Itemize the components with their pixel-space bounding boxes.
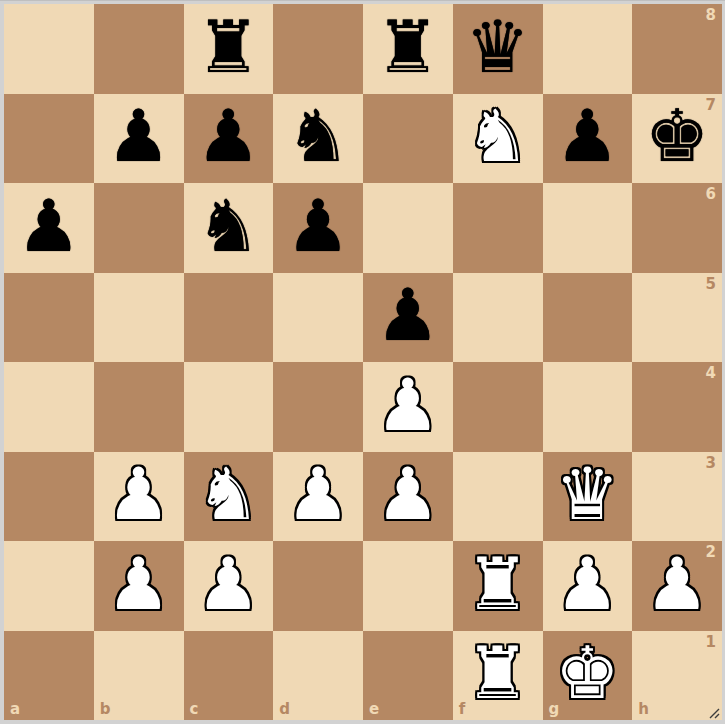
square-g2[interactable]: ♟ [543,541,633,631]
square-b1[interactable]: b [94,631,184,721]
square-c8[interactable]: ♜ [184,4,274,94]
chess-board: ♜♜♛8♟♟♞♞♟7♚♟♞♟6♟5♟4♟♞♟♟♛3♟♟♜♟2♟abcdef♜g♚… [4,4,722,720]
square-g4[interactable] [543,362,633,452]
square-c2[interactable]: ♟ [184,541,274,631]
square-d6[interactable]: ♟ [273,183,363,273]
square-c6[interactable]: ♞ [184,183,274,273]
square-f2[interactable]: ♜ [453,541,543,631]
square-f4[interactable] [453,362,543,452]
black-pawn-a6[interactable]: ♟ [17,190,82,262]
white-king-g1[interactable]: ♚ [555,637,620,709]
square-g1[interactable]: g♚ [543,631,633,721]
square-d7[interactable]: ♞ [273,94,363,184]
coord-label-rank-6: 6 [706,187,716,202]
white-pawn-g2[interactable]: ♟ [555,548,620,620]
coord-label-rank-8: 8 [706,8,716,23]
square-g6[interactable] [543,183,633,273]
square-h6[interactable]: 6 [632,183,722,273]
square-h2[interactable]: 2♟ [632,541,722,631]
square-f3[interactable] [453,452,543,542]
square-h4[interactable]: 4 [632,362,722,452]
white-pawn-d3[interactable]: ♟ [286,458,351,530]
coord-label-file-c: c [190,702,199,717]
square-a4[interactable] [4,362,94,452]
square-e3[interactable]: ♟ [363,452,453,542]
black-pawn-c7[interactable]: ♟ [196,100,261,172]
square-a7[interactable] [4,94,94,184]
square-a6[interactable]: ♟ [4,183,94,273]
square-e4[interactable]: ♟ [363,362,453,452]
square-b3[interactable]: ♟ [94,452,184,542]
square-g3[interactable]: ♛ [543,452,633,542]
square-f7[interactable]: ♞ [453,94,543,184]
square-e2[interactable] [363,541,453,631]
black-rook-c8[interactable]: ♜ [196,11,261,83]
square-b7[interactable]: ♟ [94,94,184,184]
square-g8[interactable] [543,4,633,94]
white-rook-f1[interactable]: ♜ [465,637,530,709]
square-d1[interactable]: d [273,631,363,721]
coord-label-rank-1: 1 [706,635,716,650]
square-a5[interactable] [4,273,94,363]
square-d2[interactable] [273,541,363,631]
square-b2[interactable]: ♟ [94,541,184,631]
white-pawn-e4[interactable]: ♟ [376,369,441,441]
square-d5[interactable] [273,273,363,363]
white-knight-c3[interactable]: ♞ [196,458,261,530]
black-pawn-b7[interactable]: ♟ [106,100,171,172]
black-pawn-e5[interactable]: ♟ [376,279,441,351]
square-e1[interactable]: e [363,631,453,721]
square-h5[interactable]: 5 [632,273,722,363]
square-a2[interactable] [4,541,94,631]
square-a1[interactable]: a [4,631,94,721]
square-c7[interactable]: ♟ [184,94,274,184]
coord-label-file-h: h [638,702,649,717]
square-a3[interactable] [4,452,94,542]
coord-label-file-d: d [279,702,290,717]
square-e5[interactable]: ♟ [363,273,453,363]
square-e8[interactable]: ♜ [363,4,453,94]
white-pawn-e3[interactable]: ♟ [376,458,441,530]
white-pawn-b2[interactable]: ♟ [106,548,171,620]
board-resize-handle-icon[interactable] [705,704,720,719]
square-g7[interactable]: ♟ [543,94,633,184]
square-e7[interactable] [363,94,453,184]
square-h8[interactable]: 8 [632,4,722,94]
white-rook-f2[interactable]: ♜ [465,548,530,620]
square-e6[interactable] [363,183,453,273]
square-b4[interactable] [94,362,184,452]
white-queen-g3[interactable]: ♛ [555,458,620,530]
coord-label-rank-4: 4 [706,366,716,381]
coord-label-file-a: a [10,702,20,717]
square-f8[interactable]: ♛ [453,4,543,94]
square-c4[interactable] [184,362,274,452]
black-pawn-g7[interactable]: ♟ [555,100,620,172]
square-c3[interactable]: ♞ [184,452,274,542]
square-a8[interactable] [4,4,94,94]
white-pawn-c2[interactable]: ♟ [196,548,261,620]
square-h3[interactable]: 3 [632,452,722,542]
square-b8[interactable] [94,4,184,94]
coord-label-rank-5: 5 [706,277,716,292]
square-h7[interactable]: 7♚ [632,94,722,184]
square-d8[interactable] [273,4,363,94]
coord-label-file-e: e [369,702,379,717]
square-d4[interactable] [273,362,363,452]
black-knight-d7[interactable]: ♞ [286,100,351,172]
square-g5[interactable] [543,273,633,363]
square-f1[interactable]: f♜ [453,631,543,721]
black-rook-e8[interactable]: ♜ [376,11,441,83]
white-knight-f7[interactable]: ♞ [465,100,530,172]
black-knight-c6[interactable]: ♞ [196,190,261,262]
square-b6[interactable] [94,183,184,273]
coord-label-rank-3: 3 [706,456,716,471]
square-d3[interactable]: ♟ [273,452,363,542]
square-f5[interactable] [453,273,543,363]
coord-label-file-f: f [459,702,466,717]
coord-label-file-b: b [100,702,111,717]
white-pawn-b3[interactable]: ♟ [106,458,171,530]
square-b5[interactable] [94,273,184,363]
white-pawn-h2[interactable]: ♟ [645,548,710,620]
page-background: ♜♜♛8♟♟♞♞♟7♚♟♞♟6♟5♟4♟♞♟♟♛3♟♟♜♟2♟abcdef♜g♚… [0,0,725,724]
square-c5[interactable] [184,273,274,363]
black-queen-f8[interactable]: ♛ [465,11,530,83]
black-king-h7[interactable]: ♚ [645,100,710,172]
square-c1[interactable]: c [184,631,274,721]
black-pawn-d6[interactable]: ♟ [286,190,351,262]
square-f6[interactable] [453,183,543,273]
